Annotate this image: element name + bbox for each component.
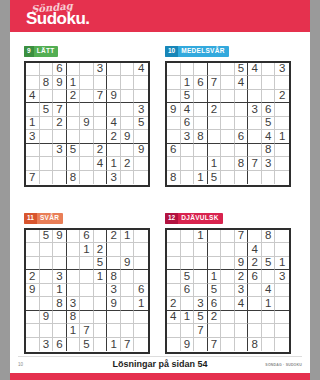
sudoku-cell[interactable]: [107, 63, 121, 77]
sudoku-cell[interactable]: 1: [107, 338, 121, 352]
sudoku-cell[interactable]: 7: [208, 338, 222, 352]
sudoku-cell[interactable]: 9: [167, 103, 181, 117]
sudoku-cell[interactable]: [26, 103, 40, 117]
sudoku-cell[interactable]: [121, 270, 135, 284]
sudoku-cell[interactable]: [275, 144, 289, 158]
sudoku-cell[interactable]: [107, 243, 121, 257]
sudoku-cell[interactable]: [208, 63, 222, 77]
sudoku-cell[interactable]: 3: [262, 157, 276, 171]
sudoku-cell[interactable]: [208, 130, 222, 144]
sudoku-cell[interactable]: 2: [26, 270, 40, 284]
sudoku-cell[interactable]: [248, 144, 262, 158]
sudoku-cell[interactable]: 1: [208, 157, 222, 171]
sudoku-cell[interactable]: [67, 243, 81, 257]
sudoku-cell[interactable]: [134, 171, 148, 185]
sudoku-cell[interactable]: 4: [26, 90, 40, 104]
sudoku-cell[interactable]: [40, 284, 54, 298]
sudoku-cell[interactable]: [53, 90, 67, 104]
sudoku-cell[interactable]: 6: [248, 270, 262, 284]
sudoku-cell[interactable]: 4: [134, 63, 148, 77]
sudoku-cell[interactable]: [67, 117, 81, 131]
sudoku-cell[interactable]: 4: [248, 243, 262, 257]
sudoku-cell[interactable]: 7: [121, 338, 135, 352]
sudoku-cell[interactable]: [208, 243, 222, 257]
sudoku-cell[interactable]: [235, 338, 249, 352]
sudoku-cell[interactable]: [26, 311, 40, 325]
sudoku-cell[interactable]: [194, 90, 208, 104]
sudoku-cell[interactable]: [275, 284, 289, 298]
sudoku-cell[interactable]: [167, 338, 181, 352]
sudoku-cell[interactable]: [167, 130, 181, 144]
sudoku-cell[interactable]: [167, 257, 181, 271]
sudoku-cell[interactable]: [107, 76, 121, 90]
sudoku-cell[interactable]: [67, 284, 81, 298]
sudoku-cell[interactable]: 5: [181, 270, 195, 284]
sudoku-cell[interactable]: [235, 311, 249, 325]
sudoku-cell[interactable]: [80, 103, 94, 117]
sudoku-cell[interactable]: 2: [121, 157, 135, 171]
sudoku-cell[interactable]: [26, 230, 40, 244]
sudoku-cell[interactable]: 6: [235, 130, 249, 144]
sudoku-cell[interactable]: 6: [181, 284, 195, 298]
sudoku-cell[interactable]: 5: [181, 90, 195, 104]
sudoku-cell[interactable]: 4: [181, 103, 195, 117]
sudoku-cell[interactable]: [248, 90, 262, 104]
sudoku-cell[interactable]: 3: [53, 270, 67, 284]
sudoku-cell[interactable]: [181, 324, 195, 338]
sudoku-cell[interactable]: 9: [53, 230, 67, 244]
sudoku-cell[interactable]: 1: [275, 257, 289, 271]
sudoku-cell[interactable]: 4: [262, 130, 276, 144]
sudoku-cell[interactable]: [181, 157, 195, 171]
sudoku-cell[interactable]: [208, 324, 222, 338]
sudoku-cell[interactable]: [26, 297, 40, 311]
sudoku-cell[interactable]: [53, 130, 67, 144]
sudoku-cell[interactable]: 3: [235, 284, 249, 298]
sudoku-cell[interactable]: [26, 144, 40, 158]
sudoku-cell[interactable]: [262, 63, 276, 77]
sudoku-cell[interactable]: [262, 171, 276, 185]
sudoku-cell[interactable]: [134, 324, 148, 338]
sudoku-cell[interactable]: 9: [107, 297, 121, 311]
sudoku-cell[interactable]: [40, 297, 54, 311]
sudoku-cell[interactable]: 8: [40, 76, 54, 90]
sudoku-cell[interactable]: 8: [167, 171, 181, 185]
sudoku-cell[interactable]: [53, 311, 67, 325]
sudoku-cell[interactable]: [221, 311, 235, 325]
sudoku-cell[interactable]: [53, 243, 67, 257]
sudoku-cell[interactable]: 3: [53, 144, 67, 158]
sudoku-cell[interactable]: 5: [262, 257, 276, 271]
sudoku-cell[interactable]: [248, 117, 262, 131]
sudoku-cell[interactable]: 3: [275, 270, 289, 284]
sudoku-cell[interactable]: 8: [67, 171, 81, 185]
sudoku-cell[interactable]: [40, 130, 54, 144]
sudoku-cell[interactable]: [221, 144, 235, 158]
sudoku-cell[interactable]: 1: [275, 130, 289, 144]
sudoku-cell[interactable]: [121, 117, 135, 131]
sudoku-cell[interactable]: [221, 324, 235, 338]
sudoku-cell[interactable]: 6: [134, 284, 148, 298]
sudoku-cell[interactable]: [221, 297, 235, 311]
sudoku-cell[interactable]: [40, 144, 54, 158]
sudoku-cell[interactable]: [67, 230, 81, 244]
sudoku-cell[interactable]: [80, 76, 94, 90]
sudoku-cell[interactable]: [235, 171, 249, 185]
sudoku-cell[interactable]: [248, 311, 262, 325]
sudoku-cell[interactable]: 5: [67, 144, 81, 158]
sudoku-cell[interactable]: [194, 257, 208, 271]
sudoku-cell[interactable]: [107, 311, 121, 325]
sudoku-cell[interactable]: 9: [26, 284, 40, 298]
sudoku-cell[interactable]: [107, 103, 121, 117]
sudoku-cell[interactable]: [181, 144, 195, 158]
sudoku-cell[interactable]: [80, 157, 94, 171]
sudoku-cell[interactable]: [94, 284, 108, 298]
sudoku-cell[interactable]: [262, 270, 276, 284]
sudoku-cell[interactable]: 6: [194, 76, 208, 90]
sudoku-cell[interactable]: 5: [80, 338, 94, 352]
sudoku-cell[interactable]: [80, 171, 94, 185]
sudoku-cell[interactable]: 3: [26, 130, 40, 144]
sudoku-cell[interactable]: [134, 130, 148, 144]
sudoku-cell[interactable]: [80, 63, 94, 77]
sudoku-cell[interactable]: [134, 230, 148, 244]
sudoku-cell[interactable]: [121, 243, 135, 257]
sudoku-cell[interactable]: [221, 243, 235, 257]
sudoku-cell[interactable]: [121, 103, 135, 117]
sudoku-cell[interactable]: [26, 63, 40, 77]
sudoku-cell[interactable]: 3: [194, 297, 208, 311]
sudoku-cell[interactable]: 1: [107, 157, 121, 171]
sudoku-cell[interactable]: [167, 157, 181, 171]
sudoku-cell[interactable]: 1: [94, 270, 108, 284]
sudoku-cell[interactable]: 7: [94, 90, 108, 104]
sudoku-cell[interactable]: 2: [53, 117, 67, 131]
sudoku-cell[interactable]: 3: [67, 297, 81, 311]
sudoku-cell[interactable]: [40, 171, 54, 185]
sudoku-cell[interactable]: 4: [107, 117, 121, 131]
sudoku-cell[interactable]: 5: [94, 257, 108, 271]
sudoku-cell[interactable]: 4: [235, 297, 249, 311]
sudoku-cell[interactable]: [275, 103, 289, 117]
sudoku-cell[interactable]: [208, 90, 222, 104]
sudoku-cell[interactable]: [262, 311, 276, 325]
sudoku-cell[interactable]: 9: [121, 130, 135, 144]
sudoku-cell[interactable]: [221, 257, 235, 271]
sudoku-cell[interactable]: [121, 311, 135, 325]
sudoku-cell[interactable]: [221, 171, 235, 185]
sudoku-cell[interactable]: [221, 90, 235, 104]
sudoku-cell[interactable]: [221, 63, 235, 77]
sudoku-cell[interactable]: [26, 338, 40, 352]
sudoku-cell[interactable]: 2: [248, 257, 262, 271]
sudoku-cell[interactable]: [167, 117, 181, 131]
sudoku-cell[interactable]: 5: [194, 311, 208, 325]
sudoku-cell[interactable]: [80, 130, 94, 144]
sudoku-cell[interactable]: [121, 284, 135, 298]
sudoku-cell[interactable]: [248, 130, 262, 144]
sudoku-cell[interactable]: [235, 103, 249, 117]
sudoku-cell[interactable]: [53, 257, 67, 271]
sudoku-cell[interactable]: [262, 90, 276, 104]
sudoku-cell[interactable]: [94, 76, 108, 90]
sudoku-cell[interactable]: [26, 257, 40, 271]
sudoku-cell[interactable]: [80, 297, 94, 311]
sudoku-cell[interactable]: 3: [181, 130, 195, 144]
sudoku-cell[interactable]: 1: [67, 76, 81, 90]
sudoku-cell[interactable]: [221, 76, 235, 90]
sudoku-cell[interactable]: [80, 284, 94, 298]
sudoku-cell[interactable]: [248, 230, 262, 244]
sudoku-cell[interactable]: 1: [67, 324, 81, 338]
sudoku-cell[interactable]: [53, 171, 67, 185]
sudoku-cell[interactable]: [40, 63, 54, 77]
sudoku-cell[interactable]: [134, 270, 148, 284]
sudoku-cell[interactable]: 5: [40, 103, 54, 117]
sudoku-cell[interactable]: [275, 157, 289, 171]
sudoku-cell[interactable]: 3: [107, 284, 121, 298]
sudoku-cell[interactable]: 9: [121, 257, 135, 271]
sudoku-cell[interactable]: 5: [40, 230, 54, 244]
sudoku-cell[interactable]: 2: [208, 103, 222, 117]
sudoku-cell[interactable]: [275, 230, 289, 244]
sudoku-cell[interactable]: [94, 117, 108, 131]
sudoku-cell[interactable]: 9: [107, 90, 121, 104]
sudoku-cell[interactable]: [167, 63, 181, 77]
sudoku-cell[interactable]: 6: [167, 144, 181, 158]
sudoku-cell[interactable]: [94, 230, 108, 244]
sudoku-cell[interactable]: [26, 324, 40, 338]
sudoku-cell[interactable]: [67, 103, 81, 117]
sudoku-cell[interactable]: 8: [107, 270, 121, 284]
sudoku-cell[interactable]: 3: [107, 171, 121, 185]
sudoku-cell[interactable]: [121, 90, 135, 104]
sudoku-cell[interactable]: [181, 257, 195, 271]
sudoku-cell[interactable]: 6: [53, 63, 67, 77]
sudoku-cell[interactable]: [167, 243, 181, 257]
sudoku-cell[interactable]: [208, 230, 222, 244]
sudoku-cell[interactable]: [107, 144, 121, 158]
sudoku-cell[interactable]: [275, 243, 289, 257]
sudoku-cell[interactable]: 4: [167, 311, 181, 325]
sudoku-cell[interactable]: [194, 284, 208, 298]
sudoku-cell[interactable]: 4: [94, 157, 108, 171]
sudoku-cell[interactable]: 9: [235, 257, 249, 271]
sudoku-cell[interactable]: 6: [262, 103, 276, 117]
sudoku-cell[interactable]: 3: [94, 63, 108, 77]
sudoku-cell[interactable]: 8: [67, 311, 81, 325]
sudoku-cell[interactable]: [275, 171, 289, 185]
sudoku-cell[interactable]: [248, 324, 262, 338]
sudoku-cell[interactable]: [275, 324, 289, 338]
sudoku-cell[interactable]: [40, 117, 54, 131]
sudoku-cell[interactable]: [275, 338, 289, 352]
sudoku-cell[interactable]: [275, 76, 289, 90]
sudoku-cell[interactable]: [67, 270, 81, 284]
sudoku-cell[interactable]: 2: [275, 90, 289, 104]
sudoku-cell[interactable]: [208, 117, 222, 131]
sudoku-cell[interactable]: [134, 338, 148, 352]
sudoku-cell[interactable]: [134, 311, 148, 325]
sudoku-cell[interactable]: [275, 297, 289, 311]
sudoku-cell[interactable]: 8: [248, 338, 262, 352]
sudoku-cell[interactable]: [53, 324, 67, 338]
sudoku-cell[interactable]: [167, 324, 181, 338]
sudoku-cell[interactable]: [181, 63, 195, 77]
sudoku-cell[interactable]: 2: [235, 270, 249, 284]
sudoku-cell[interactable]: [121, 144, 135, 158]
sudoku-cell[interactable]: 7: [80, 324, 94, 338]
sudoku-cell[interactable]: 1: [194, 230, 208, 244]
sudoku-cell[interactable]: [134, 157, 148, 171]
sudoku-cell[interactable]: [134, 243, 148, 257]
sudoku-cell[interactable]: [194, 103, 208, 117]
sudoku-cell[interactable]: 7: [26, 171, 40, 185]
sudoku-cell[interactable]: [235, 90, 249, 104]
sudoku-cell[interactable]: [181, 243, 195, 257]
sudoku-cell[interactable]: 1: [181, 76, 195, 90]
sudoku-cell[interactable]: [248, 171, 262, 185]
sudoku-cell[interactable]: 1: [134, 297, 148, 311]
sudoku-cell[interactable]: [248, 297, 262, 311]
sudoku-cell[interactable]: 1: [194, 171, 208, 185]
sudoku-cell[interactable]: [80, 257, 94, 271]
sudoku-cell[interactable]: [235, 324, 249, 338]
sudoku-cell[interactable]: [40, 243, 54, 257]
sudoku-cell[interactable]: 1: [26, 117, 40, 131]
sudoku-cell[interactable]: [94, 103, 108, 117]
sudoku-cell[interactable]: [121, 63, 135, 77]
sudoku-cell[interactable]: [94, 338, 108, 352]
sudoku-cell[interactable]: [194, 270, 208, 284]
sudoku-cell[interactable]: 2: [107, 230, 121, 244]
sudoku-cell[interactable]: [94, 324, 108, 338]
sudoku-cell[interactable]: [167, 284, 181, 298]
sudoku-cell[interactable]: [181, 297, 195, 311]
sudoku-cell[interactable]: [181, 171, 195, 185]
sudoku-cell[interactable]: [80, 144, 94, 158]
sudoku-cell[interactable]: [221, 284, 235, 298]
sudoku-cell[interactable]: [40, 324, 54, 338]
sudoku-cell[interactable]: [262, 324, 276, 338]
sudoku-cell[interactable]: [167, 230, 181, 244]
sudoku-cell[interactable]: 5: [262, 117, 276, 131]
sudoku-cell[interactable]: [194, 63, 208, 77]
sudoku-cell[interactable]: 6: [181, 117, 195, 131]
sudoku-cell[interactable]: [134, 257, 148, 271]
sudoku-cell[interactable]: 1: [80, 243, 94, 257]
sudoku-cell[interactable]: [80, 90, 94, 104]
sudoku-cell[interactable]: 8: [194, 130, 208, 144]
sudoku-cell[interactable]: [80, 311, 94, 325]
sudoku-cell[interactable]: 8: [235, 157, 249, 171]
sudoku-cell[interactable]: [107, 257, 121, 271]
sudoku-cell[interactable]: 4: [262, 284, 276, 298]
sudoku-cell[interactable]: 4: [235, 76, 249, 90]
sudoku-cell[interactable]: 5: [235, 63, 249, 77]
sudoku-cell[interactable]: [167, 270, 181, 284]
sudoku-cell[interactable]: [134, 90, 148, 104]
sudoku-cell[interactable]: 6: [80, 230, 94, 244]
sudoku-cell[interactable]: 7: [53, 103, 67, 117]
sudoku-cell[interactable]: [53, 157, 67, 171]
sudoku-cell[interactable]: [94, 311, 108, 325]
sudoku-cell[interactable]: [67, 338, 81, 352]
sudoku-cell[interactable]: [40, 270, 54, 284]
sudoku-cell[interactable]: [121, 76, 135, 90]
sudoku-cell[interactable]: [221, 130, 235, 144]
sudoku-cell[interactable]: 7: [235, 230, 249, 244]
sudoku-cell[interactable]: [67, 63, 81, 77]
sudoku-cell[interactable]: [275, 117, 289, 131]
sudoku-cell[interactable]: [262, 338, 276, 352]
sudoku-cell[interactable]: 9: [40, 311, 54, 325]
sudoku-cell[interactable]: [275, 311, 289, 325]
sudoku-cell[interactable]: 1: [53, 284, 67, 298]
sudoku-cell[interactable]: [67, 157, 81, 171]
sudoku-cell[interactable]: 5: [134, 117, 148, 131]
sudoku-cell[interactable]: [194, 157, 208, 171]
sudoku-cell[interactable]: [40, 157, 54, 171]
sudoku-cell[interactable]: [262, 243, 276, 257]
sudoku-cell[interactable]: [221, 103, 235, 117]
sudoku-cell[interactable]: 3: [134, 103, 148, 117]
sudoku-cell[interactable]: 7: [208, 76, 222, 90]
sudoku-cell[interactable]: 1: [121, 230, 135, 244]
sudoku-cell[interactable]: [221, 270, 235, 284]
sudoku-cell[interactable]: [80, 270, 94, 284]
sudoku-cell[interactable]: [208, 144, 222, 158]
sudoku-cell[interactable]: 9: [181, 338, 195, 352]
sudoku-cell[interactable]: [134, 76, 148, 90]
sudoku-cell[interactable]: 1: [208, 270, 222, 284]
sudoku-cell[interactable]: 6: [208, 297, 222, 311]
sudoku-cell[interactable]: [107, 324, 121, 338]
sudoku-cell[interactable]: [235, 144, 249, 158]
sudoku-cell[interactable]: [194, 243, 208, 257]
sudoku-cell[interactable]: 3: [248, 103, 262, 117]
sudoku-cell[interactable]: 2: [67, 90, 81, 104]
sudoku-cell[interactable]: [248, 284, 262, 298]
sudoku-cell[interactable]: [167, 76, 181, 90]
sudoku-cell[interactable]: [221, 338, 235, 352]
sudoku-cell[interactable]: [194, 144, 208, 158]
sudoku-cell[interactable]: 2: [94, 144, 108, 158]
sudoku-cell[interactable]: [94, 171, 108, 185]
sudoku-cell[interactable]: [67, 130, 81, 144]
sudoku-cell[interactable]: [221, 117, 235, 131]
sudoku-cell[interactable]: 4: [248, 63, 262, 77]
sudoku-cell[interactable]: [121, 171, 135, 185]
sudoku-cell[interactable]: [221, 157, 235, 171]
sudoku-cell[interactable]: 8: [262, 230, 276, 244]
sudoku-cell[interactable]: 3: [275, 63, 289, 77]
sudoku-cell[interactable]: [121, 324, 135, 338]
sudoku-cell[interactable]: [167, 90, 181, 104]
sudoku-cell[interactable]: [208, 257, 222, 271]
sudoku-cell[interactable]: 8: [53, 297, 67, 311]
sudoku-cell[interactable]: [26, 76, 40, 90]
sudoku-cell[interactable]: 2: [167, 297, 181, 311]
sudoku-cell[interactable]: 7: [194, 324, 208, 338]
sudoku-cell[interactable]: [67, 257, 81, 271]
sudoku-cell[interactable]: 2: [107, 130, 121, 144]
sudoku-cell[interactable]: 5: [208, 284, 222, 298]
sudoku-cell[interactable]: [26, 157, 40, 171]
sudoku-cell[interactable]: [40, 257, 54, 271]
sudoku-cell[interactable]: 5: [208, 171, 222, 185]
